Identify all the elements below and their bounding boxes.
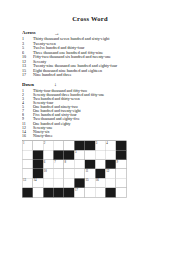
grid-cell[interactable] [64, 169, 74, 178]
black-cell [54, 188, 64, 197]
down-header: Down ↓ [22, 82, 152, 87]
grid-cell[interactable] [64, 141, 74, 150]
grid-cell[interactable] [85, 188, 95, 197]
grid-cell[interactable] [106, 179, 116, 188]
crossword-grid: 1234567891011121314151617 [22, 141, 126, 198]
grid-cell[interactable] [74, 160, 84, 169]
cell-clue-number: 7 [54, 160, 56, 164]
clue-text: Nine hundred and three [33, 73, 117, 78]
grid-cell[interactable] [85, 150, 95, 159]
grid-cell[interactable] [106, 150, 116, 159]
black-cell [116, 141, 126, 150]
grid-cell[interactable] [54, 169, 64, 178]
grid-cell[interactable]: 10 [43, 169, 53, 178]
grid-cell[interactable] [95, 188, 105, 197]
cell-clue-number: 15 [85, 179, 88, 183]
black-cell [116, 150, 126, 159]
cell-clue-number: 6 [44, 160, 46, 164]
down-label: Down [22, 82, 34, 87]
grid-cell[interactable]: 12 [106, 169, 116, 178]
black-cell [106, 188, 116, 197]
worksheet-page: Cross Word Across → 1Thirty thousand sev… [0, 0, 180, 278]
grid-cell[interactable] [54, 179, 64, 188]
grid-cell[interactable] [33, 188, 43, 197]
cell-clue-number: 9 [117, 160, 119, 164]
black-cell [33, 160, 43, 169]
black-cell [33, 169, 43, 178]
grid-cell[interactable]: 15 [85, 179, 95, 188]
cell-clue-number: 4 [106, 141, 108, 145]
grid-cell[interactable] [64, 179, 74, 188]
grid-cell[interactable] [23, 169, 33, 178]
down-clue-list: 1Thirty-four thousand and fifty-two2Seve… [22, 88, 104, 137]
grid-cell[interactable]: 3 [95, 141, 105, 150]
cell-clue-number: 3 [96, 141, 98, 145]
black-cell [95, 169, 105, 178]
down-arrow-icon: ↓ [54, 81, 57, 87]
page-title: Cross Word [0, 15, 180, 23]
cell-clue-number: 1 [23, 141, 25, 145]
across-label: Across [22, 30, 36, 35]
cell-clue-number: 13 [23, 179, 26, 183]
cell-clue-number: 5 [75, 150, 77, 154]
black-cell [74, 141, 84, 150]
across-header: Across → [22, 30, 152, 35]
black-cell [85, 160, 95, 169]
black-cell [33, 150, 43, 159]
black-cell [43, 188, 53, 197]
grid-cell[interactable] [54, 141, 64, 150]
cell-clue-number: 16 [96, 179, 99, 183]
grid-cell[interactable]: 4 [106, 141, 116, 150]
cell-clue-number: 2 [44, 141, 46, 145]
grid-cell[interactable] [74, 169, 84, 178]
grid-cell[interactable] [33, 141, 43, 150]
across-clue: 17Nine hundred and three [22, 73, 117, 78]
across-clue-list: 1Thirty thousand seven hundred and sixty… [22, 37, 117, 78]
grid-cell[interactable] [116, 179, 126, 188]
grid-cell[interactable]: 11 [85, 169, 95, 178]
black-cell [85, 141, 95, 150]
black-cell [64, 188, 74, 197]
black-cell [64, 150, 74, 159]
cell-clue-number: 14 [33, 179, 36, 183]
clue-text: Ninety-three [33, 133, 104, 138]
cell-clue-number: 11 [85, 169, 88, 173]
grid-cell[interactable]: 14 [33, 179, 43, 188]
grid-cell[interactable]: 8 [64, 160, 74, 169]
clue-number: 17 [22, 73, 33, 78]
clue-number: 16 [22, 133, 33, 138]
grid-cell[interactable] [95, 150, 105, 159]
grid-cell[interactable] [43, 179, 53, 188]
grid-cell[interactable]: 6 [43, 160, 53, 169]
grid-cell[interactable] [116, 188, 126, 197]
grid-cell[interactable] [43, 150, 53, 159]
grid-cell[interactable] [95, 160, 105, 169]
grid-cell[interactable] [23, 160, 33, 169]
black-cell [23, 188, 33, 197]
grid-cell[interactable]: 1 [23, 141, 33, 150]
grid-cell[interactable]: 17 [74, 188, 84, 197]
down-clue: 16Ninety-three [22, 133, 104, 137]
grid-cell[interactable] [23, 150, 33, 159]
cell-clue-number: 8 [65, 160, 67, 164]
cell-clue-number: 17 [75, 188, 78, 192]
grid-cell[interactable]: 2 [43, 141, 53, 150]
grid-cell[interactable] [116, 169, 126, 178]
across-arrow-icon: → [54, 30, 60, 36]
black-cell [54, 150, 64, 159]
grid-cell[interactable]: 16 [95, 179, 105, 188]
cell-clue-number: 12 [106, 169, 109, 173]
grid-cell[interactable]: 9 [116, 160, 126, 169]
grid-cell[interactable]: 13 [23, 179, 33, 188]
black-cell [74, 179, 84, 188]
grid-cell[interactable]: 5 [74, 150, 84, 159]
grid-cell[interactable]: 7 [54, 160, 64, 169]
black-cell [106, 160, 116, 169]
cell-clue-number: 10 [44, 169, 47, 173]
